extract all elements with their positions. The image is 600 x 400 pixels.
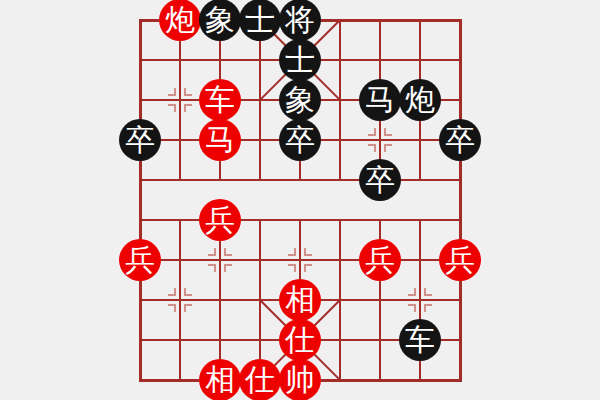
point-marker bbox=[168, 88, 192, 112]
point-marker-arm bbox=[368, 128, 376, 136]
piece-black-horse[interactable]: 马 bbox=[359, 79, 401, 121]
point-marker-arm bbox=[384, 128, 392, 136]
piece-red-elephant[interactable]: 相 bbox=[279, 279, 321, 321]
point-marker-arm bbox=[304, 248, 312, 256]
point-marker-arm bbox=[184, 104, 192, 112]
point-marker-arm bbox=[424, 288, 432, 296]
point-marker-arm bbox=[288, 264, 296, 272]
point-marker-arm bbox=[408, 304, 416, 312]
point-marker bbox=[208, 248, 232, 272]
point-marker-arm bbox=[168, 88, 176, 96]
point-marker-arm bbox=[288, 248, 296, 256]
xiangqi-board[interactable]: 炮象士将士车象马炮卒马卒卒卒兵兵兵兵相仕车相仕帅 bbox=[0, 0, 600, 400]
piece-black-advisor[interactable]: 士 bbox=[279, 39, 321, 81]
piece-red-cannon[interactable]: 炮 bbox=[159, 0, 201, 41]
point-marker-arm bbox=[184, 288, 192, 296]
point-marker-arm bbox=[408, 288, 416, 296]
point-marker-arm bbox=[384, 144, 392, 152]
piece-red-advisor[interactable]: 仕 bbox=[279, 319, 321, 361]
point-marker bbox=[408, 288, 432, 312]
piece-black-elephant[interactable]: 象 bbox=[199, 0, 241, 41]
point-marker bbox=[368, 128, 392, 152]
xiangqi-diagram: 炮象士将士车象马炮卒马卒卒卒兵兵兵兵相仕车相仕帅 bbox=[0, 0, 600, 400]
point-marker-arm bbox=[184, 304, 192, 312]
point-marker-arm bbox=[168, 304, 176, 312]
point-marker-arm bbox=[224, 248, 232, 256]
point-marker-arm bbox=[208, 248, 216, 256]
piece-black-soldier[interactable]: 卒 bbox=[279, 119, 321, 161]
piece-black-soldier[interactable]: 卒 bbox=[359, 159, 401, 201]
piece-black-general[interactable]: 将 bbox=[279, 0, 321, 41]
point-marker-arm bbox=[168, 288, 176, 296]
piece-black-soldier[interactable]: 卒 bbox=[119, 119, 161, 161]
piece-black-soldier[interactable]: 卒 bbox=[439, 119, 481, 161]
piece-red-soldier[interactable]: 兵 bbox=[119, 239, 161, 281]
piece-black-advisor[interactable]: 士 bbox=[239, 0, 281, 41]
piece-red-soldier[interactable]: 兵 bbox=[359, 239, 401, 281]
point-marker-arm bbox=[208, 264, 216, 272]
point-marker bbox=[168, 288, 192, 312]
piece-red-elephant[interactable]: 相 bbox=[199, 359, 241, 400]
piece-red-advisor[interactable]: 仕 bbox=[239, 359, 281, 400]
piece-red-horse[interactable]: 马 bbox=[199, 119, 241, 161]
point-marker-arm bbox=[168, 104, 176, 112]
point-marker-arm bbox=[424, 304, 432, 312]
grid-line-vertical bbox=[219, 220, 221, 380]
piece-black-chariot[interactable]: 车 bbox=[399, 319, 441, 361]
piece-red-soldier[interactable]: 兵 bbox=[199, 199, 241, 241]
piece-black-cannon[interactable]: 炮 bbox=[399, 79, 441, 121]
piece-red-chariot[interactable]: 车 bbox=[199, 79, 241, 121]
point-marker-arm bbox=[184, 88, 192, 96]
point-marker-arm bbox=[224, 264, 232, 272]
piece-red-general[interactable]: 帅 bbox=[279, 359, 321, 400]
point-marker-arm bbox=[368, 144, 376, 152]
piece-red-soldier[interactable]: 兵 bbox=[439, 239, 481, 281]
point-marker bbox=[288, 248, 312, 272]
point-marker-arm bbox=[304, 264, 312, 272]
piece-black-elephant[interactable]: 象 bbox=[279, 79, 321, 121]
